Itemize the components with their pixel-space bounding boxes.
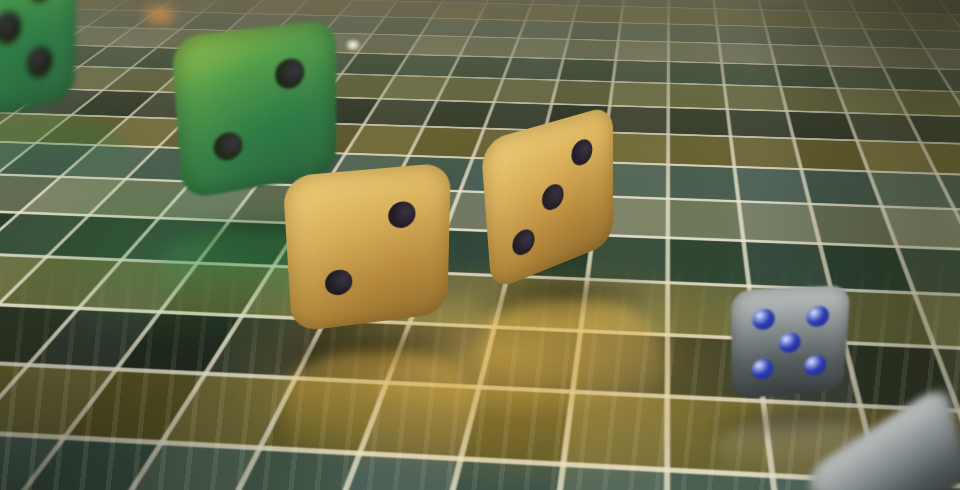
pip-grid [731,285,851,399]
pip [275,57,304,90]
pip [804,355,826,376]
specular-highlight [342,36,364,54]
pip [571,137,592,168]
pip [752,308,775,330]
die-face-front [731,285,851,399]
die-face-front [480,105,613,292]
green-die [171,19,336,200]
green-die-edge [0,0,77,126]
pip-grid [171,19,336,200]
pip-grid [0,0,77,126]
pip [388,200,416,229]
pip [213,130,243,162]
gold-die-right [480,105,613,292]
silver-die-corner [801,381,960,490]
pip [752,358,774,379]
die-face-front [801,381,960,490]
die-face-front [0,0,77,126]
die-face-front [171,19,336,200]
pip [806,305,829,327]
die-face-front [283,162,451,332]
silver-die [731,285,851,399]
pip [0,10,21,46]
gold-die-left [283,162,451,332]
pip [512,226,535,258]
pip [27,0,54,2]
dice-layer [0,0,960,490]
pip [27,44,53,79]
pip-grid [283,162,451,332]
pip-grid [480,105,613,292]
scene [0,0,960,490]
pip [542,181,564,213]
pip [324,268,352,296]
pip [779,332,802,354]
